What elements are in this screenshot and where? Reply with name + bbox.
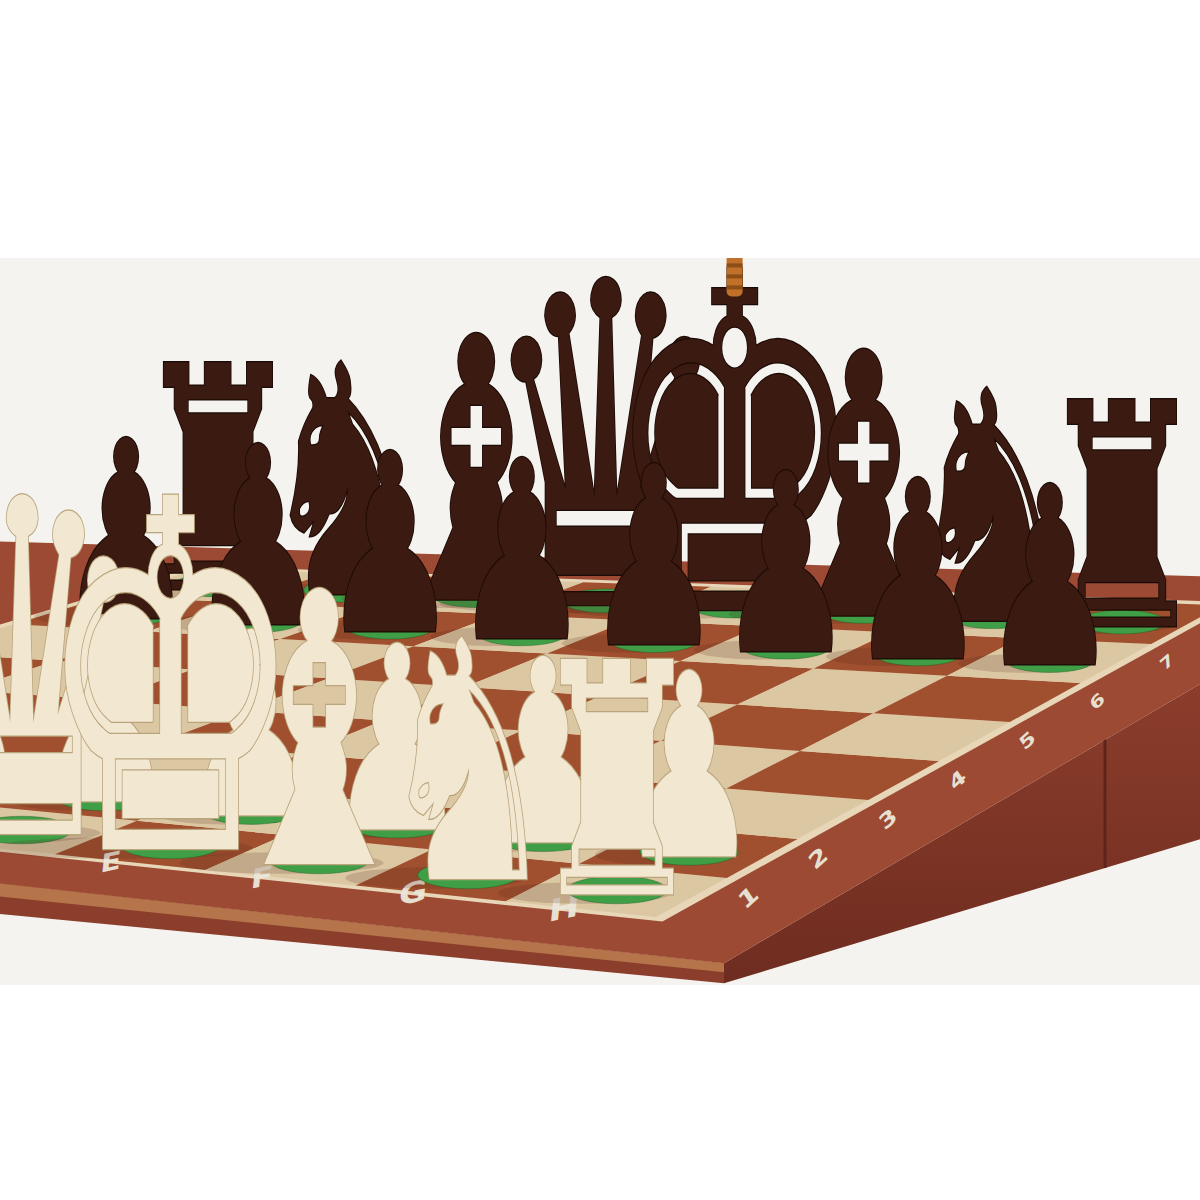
board-photo-svg: ABCDEFGH12345678♜♞♝♛♚♝♟♞♟♜♟♟♟♟♟♟♟♟♟♜♟♞♟♝… bbox=[0, 0, 1200, 1200]
dark-king-finial-ring-1 bbox=[727, 263, 743, 267]
dark-king-finial-ring-2 bbox=[727, 274, 743, 278]
photo-scene: ABCDEFGH12345678♜♞♝♛♚♝♟♞♟♜♟♟♟♟♟♟♟♟♟♜♟♞♟♝… bbox=[0, 176, 1200, 985]
dark-king-finial-ring-3 bbox=[727, 285, 743, 289]
dark-pawn-g7: ♟ bbox=[849, 427, 987, 717]
white-rook-h1: ♜ bbox=[528, 595, 707, 970]
chess-set-photo-page: ABCDEFGH12345678♜♞♝♛♚♝♟♞♟♜♟♟♟♟♟♟♟♟♟♜♟♞♟♝… bbox=[0, 0, 1200, 1200]
dark-pawn-h7: ♟ bbox=[981, 434, 1119, 724]
